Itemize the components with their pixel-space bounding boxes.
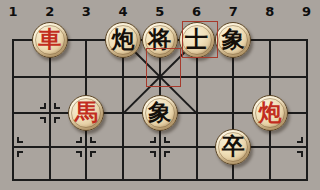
point-marker (40, 117, 46, 123)
grid-line-vertical (49, 39, 51, 181)
piece-glyph: 車 (38, 28, 61, 51)
point-marker (76, 137, 82, 143)
point-marker (40, 103, 46, 109)
piece-black-advisor[interactable]: 士 (179, 22, 215, 58)
point-marker (297, 137, 303, 143)
piece-glyph: 馬 (75, 101, 98, 124)
piece-black-cannon[interactable]: 炮 (105, 22, 141, 58)
piece-glyph: 炮 (258, 101, 281, 124)
file-label-4: 4 (115, 5, 131, 19)
file-label-3: 3 (78, 5, 94, 19)
point-marker (54, 103, 60, 109)
piece-glyph: 象 (148, 101, 171, 124)
grid-line-vertical (12, 39, 14, 181)
point-marker (297, 151, 303, 157)
point-marker (90, 151, 96, 157)
point-marker (54, 117, 60, 123)
piece-glyph: 炮 (112, 28, 135, 51)
file-label-2: 2 (42, 5, 58, 19)
file-label-1: 1 (5, 5, 21, 19)
point-marker (17, 137, 23, 143)
piece-red-chariot[interactable]: 車 (32, 22, 68, 58)
piece-glyph: 将 (148, 28, 171, 51)
piece-glyph: 象 (222, 28, 245, 51)
file-label-8: 8 (262, 5, 278, 19)
point-marker (164, 151, 170, 157)
point-marker (90, 137, 96, 143)
xiangqi-board: 123456789車炮将士象馬象炮卒 (0, 0, 320, 190)
point-marker (76, 151, 82, 157)
file-label-5: 5 (152, 5, 168, 19)
point-marker (150, 151, 156, 157)
point-marker (150, 137, 156, 143)
piece-glyph: 卒 (222, 135, 245, 158)
piece-black-elephant[interactable]: 象 (215, 22, 251, 58)
piece-black-general[interactable]: 将 (142, 22, 178, 58)
piece-black-soldier[interactable]: 卒 (215, 129, 251, 165)
piece-black-elephant[interactable]: 象 (142, 95, 178, 131)
piece-glyph: 士 (185, 28, 208, 51)
file-label-9: 9 (299, 5, 315, 19)
point-marker (17, 151, 23, 157)
file-label-7: 7 (225, 5, 241, 19)
grid-line-vertical (306, 39, 308, 181)
file-label-6: 6 (189, 5, 205, 19)
piece-red-cannon[interactable]: 炮 (252, 95, 288, 131)
point-marker (164, 137, 170, 143)
piece-red-horse[interactable]: 馬 (68, 95, 104, 131)
